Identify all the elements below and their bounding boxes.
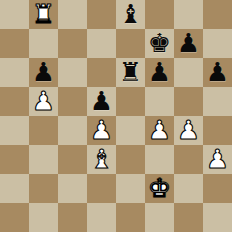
square-a8[interactable]: [0, 0, 29, 29]
square-e3[interactable]: [116, 145, 145, 174]
square-h4[interactable]: [203, 116, 232, 145]
square-c4[interactable]: [58, 116, 87, 145]
square-a3[interactable]: [0, 145, 29, 174]
square-e5[interactable]: [116, 87, 145, 116]
square-a5[interactable]: [0, 87, 29, 116]
black-pawn[interactable]: ♟: [32, 58, 55, 87]
square-d7[interactable]: [87, 29, 116, 58]
square-f6[interactable]: ♟: [145, 58, 174, 87]
square-c6[interactable]: [58, 58, 87, 87]
square-f4[interactable]: ♟: [145, 116, 174, 145]
black-king[interactable]: ♚: [148, 29, 171, 58]
black-pawn[interactable]: ♟: [148, 58, 171, 87]
square-h6[interactable]: ♟: [203, 58, 232, 87]
square-b5[interactable]: ♟: [29, 87, 58, 116]
square-g1[interactable]: [174, 203, 203, 232]
square-h3[interactable]: ♟: [203, 145, 232, 174]
white-pawn[interactable]: ♟: [177, 116, 200, 145]
square-e7[interactable]: [116, 29, 145, 58]
square-f3[interactable]: [145, 145, 174, 174]
black-bishop[interactable]: ♝: [119, 0, 142, 29]
square-c8[interactable]: [58, 0, 87, 29]
square-g2[interactable]: [174, 174, 203, 203]
square-g8[interactable]: [174, 0, 203, 29]
square-e2[interactable]: [116, 174, 145, 203]
square-d6[interactable]: [87, 58, 116, 87]
square-b4[interactable]: [29, 116, 58, 145]
white-king[interactable]: ♚: [148, 174, 171, 203]
square-f1[interactable]: [145, 203, 174, 232]
square-c2[interactable]: [58, 174, 87, 203]
square-f2[interactable]: ♚: [145, 174, 174, 203]
square-d5[interactable]: ♟: [87, 87, 116, 116]
square-b3[interactable]: [29, 145, 58, 174]
black-rook[interactable]: ♜: [119, 58, 142, 87]
square-b6[interactable]: ♟: [29, 58, 58, 87]
square-a4[interactable]: [0, 116, 29, 145]
square-d3[interactable]: ♝: [87, 145, 116, 174]
square-a7[interactable]: [0, 29, 29, 58]
square-g3[interactable]: [174, 145, 203, 174]
square-e8[interactable]: ♝: [116, 0, 145, 29]
square-h7[interactable]: [203, 29, 232, 58]
square-f7[interactable]: ♚: [145, 29, 174, 58]
black-pawn[interactable]: ♟: [177, 29, 200, 58]
square-e4[interactable]: [116, 116, 145, 145]
square-b2[interactable]: [29, 174, 58, 203]
square-e6[interactable]: ♜: [116, 58, 145, 87]
square-a6[interactable]: [0, 58, 29, 87]
square-b1[interactable]: [29, 203, 58, 232]
square-g5[interactable]: [174, 87, 203, 116]
square-d1[interactable]: [87, 203, 116, 232]
white-pawn[interactable]: ♟: [206, 145, 229, 174]
white-bishop[interactable]: ♝: [90, 145, 113, 174]
square-a2[interactable]: [0, 174, 29, 203]
chess-board: ♜♝♚♟♟♜♟♟♟♟♟♟♟♝♟♚: [0, 0, 232, 232]
square-g6[interactable]: [174, 58, 203, 87]
square-g7[interactable]: ♟: [174, 29, 203, 58]
white-rook[interactable]: ♜: [32, 0, 55, 29]
square-b7[interactable]: [29, 29, 58, 58]
square-d2[interactable]: [87, 174, 116, 203]
square-h2[interactable]: [203, 174, 232, 203]
square-d4[interactable]: ♟: [87, 116, 116, 145]
square-c3[interactable]: [58, 145, 87, 174]
black-pawn[interactable]: ♟: [90, 87, 113, 116]
square-b8[interactable]: ♜: [29, 0, 58, 29]
square-h5[interactable]: [203, 87, 232, 116]
square-h1[interactable]: [203, 203, 232, 232]
square-g4[interactable]: ♟: [174, 116, 203, 145]
square-a1[interactable]: [0, 203, 29, 232]
square-d8[interactable]: [87, 0, 116, 29]
square-h8[interactable]: [203, 0, 232, 29]
square-c7[interactable]: [58, 29, 87, 58]
white-pawn[interactable]: ♟: [148, 116, 171, 145]
black-pawn[interactable]: ♟: [206, 58, 229, 87]
white-pawn[interactable]: ♟: [90, 116, 113, 145]
square-c5[interactable]: [58, 87, 87, 116]
square-f8[interactable]: [145, 0, 174, 29]
white-pawn[interactable]: ♟: [32, 87, 55, 116]
square-c1[interactable]: [58, 203, 87, 232]
square-e1[interactable]: [116, 203, 145, 232]
square-f5[interactable]: [145, 87, 174, 116]
